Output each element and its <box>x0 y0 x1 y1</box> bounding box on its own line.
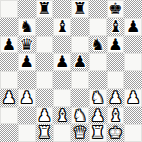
square-g2[interactable]: ♝ <box>107 107 125 125</box>
black-pawn-piece: ♟ <box>108 36 122 54</box>
square-f6[interactable]: ♞ <box>89 36 107 54</box>
square-a2[interactable] <box>0 107 18 125</box>
square-c1[interactable]: ♜ <box>36 124 54 142</box>
square-b2[interactable] <box>18 107 36 125</box>
square-b1[interactable] <box>18 124 36 142</box>
square-h8[interactable] <box>124 0 142 18</box>
square-e8[interactable]: ♜ <box>71 0 89 18</box>
white-rook-piece: ♜ <box>90 124 104 142</box>
square-b7[interactable]: ♞ <box>18 18 36 36</box>
square-f4[interactable] <box>89 71 107 89</box>
square-c6[interactable] <box>36 36 54 54</box>
white-bishop-piece: ♝ <box>55 107 69 125</box>
square-e2[interactable]: ♞ <box>71 107 89 125</box>
black-knight-piece: ♞ <box>19 18 33 36</box>
square-h1[interactable] <box>124 124 142 142</box>
square-b6[interactable]: ♛ <box>18 36 36 54</box>
square-h3[interactable]: ♟ <box>124 89 142 107</box>
white-pawn-piece: ♟ <box>108 89 122 107</box>
square-g1[interactable]: ♚ <box>107 124 125 142</box>
square-d5[interactable]: ♟ <box>53 53 71 71</box>
chess-board: ♜♜♚♞♝♝♟♟♛♞♟♟♟♟♟♟♞♟♟♟♝♞♟♝♜♛♜♚ <box>0 0 142 142</box>
black-knight-piece: ♞ <box>90 36 104 54</box>
square-f3[interactable]: ♞ <box>89 89 107 107</box>
black-rook-piece: ♜ <box>73 0 87 18</box>
square-b3[interactable]: ♟ <box>18 89 36 107</box>
black-pawn-piece: ♟ <box>126 18 140 36</box>
square-c5[interactable] <box>36 53 54 71</box>
square-e3[interactable] <box>71 89 89 107</box>
square-e5[interactable]: ♟ <box>71 53 89 71</box>
square-b5[interactable]: ♟ <box>18 53 36 71</box>
square-e7[interactable] <box>71 18 89 36</box>
white-king-piece: ♚ <box>108 124 122 142</box>
square-f7[interactable] <box>89 18 107 36</box>
square-h7[interactable]: ♟ <box>124 18 142 36</box>
square-b4[interactable] <box>18 71 36 89</box>
square-g7[interactable]: ♝ <box>107 18 125 36</box>
black-bishop-piece: ♝ <box>55 18 69 36</box>
square-f8[interactable] <box>89 0 107 18</box>
square-a5[interactable] <box>0 53 18 71</box>
square-f5[interactable] <box>89 53 107 71</box>
square-c3[interactable] <box>36 89 54 107</box>
black-pawn-piece: ♟ <box>55 53 69 71</box>
square-h5[interactable] <box>124 53 142 71</box>
square-d7[interactable]: ♝ <box>53 18 71 36</box>
square-h2[interactable] <box>124 107 142 125</box>
square-f2[interactable]: ♟ <box>89 107 107 125</box>
black-rook-piece: ♜ <box>37 0 51 18</box>
square-d2[interactable]: ♝ <box>53 107 71 125</box>
white-pawn-piece: ♟ <box>126 89 140 107</box>
square-g5[interactable] <box>107 53 125 71</box>
square-g6[interactable]: ♟ <box>107 36 125 54</box>
square-a4[interactable] <box>0 71 18 89</box>
square-d4[interactable] <box>53 71 71 89</box>
square-b8[interactable] <box>18 0 36 18</box>
black-pawn-piece: ♟ <box>73 53 87 71</box>
square-e1[interactable]: ♛ <box>71 124 89 142</box>
square-e4[interactable] <box>71 71 89 89</box>
square-a6[interactable]: ♟ <box>0 36 18 54</box>
black-king-piece: ♚ <box>108 0 122 18</box>
square-c2[interactable]: ♟ <box>36 107 54 125</box>
white-queen-piece: ♛ <box>73 124 87 142</box>
square-d3[interactable] <box>53 89 71 107</box>
white-knight-piece: ♞ <box>90 89 104 107</box>
black-pawn-piece: ♟ <box>19 53 33 71</box>
square-d8[interactable] <box>53 0 71 18</box>
white-knight-piece: ♞ <box>73 107 87 125</box>
square-a8[interactable] <box>0 0 18 18</box>
square-c4[interactable] <box>36 71 54 89</box>
white-pawn-piece: ♟ <box>19 89 33 107</box>
square-d6[interactable] <box>53 36 71 54</box>
black-queen-piece: ♛ <box>19 36 33 54</box>
square-h6[interactable] <box>124 36 142 54</box>
square-c8[interactable]: ♜ <box>36 0 54 18</box>
square-h4[interactable] <box>124 71 142 89</box>
white-pawn-piece: ♟ <box>90 107 104 125</box>
square-a1[interactable] <box>0 124 18 142</box>
white-rook-piece: ♜ <box>37 124 51 142</box>
square-a3[interactable]: ♟ <box>0 89 18 107</box>
white-pawn-piece: ♟ <box>37 107 51 125</box>
white-pawn-piece: ♟ <box>2 89 16 107</box>
square-d1[interactable] <box>53 124 71 142</box>
black-bishop-piece: ♝ <box>108 18 122 36</box>
square-c7[interactable] <box>36 18 54 36</box>
square-g8[interactable]: ♚ <box>107 0 125 18</box>
square-g3[interactable]: ♟ <box>107 89 125 107</box>
square-a7[interactable] <box>0 18 18 36</box>
black-pawn-piece: ♟ <box>2 36 16 54</box>
square-g4[interactable] <box>107 71 125 89</box>
square-e6[interactable] <box>71 36 89 54</box>
white-bishop-piece: ♝ <box>108 107 122 125</box>
square-f1[interactable]: ♜ <box>89 124 107 142</box>
